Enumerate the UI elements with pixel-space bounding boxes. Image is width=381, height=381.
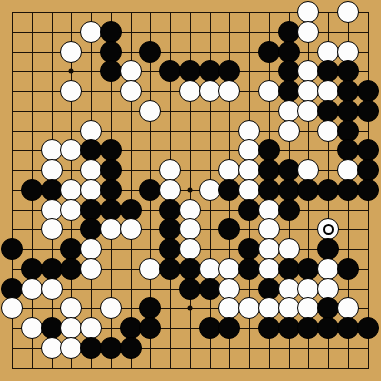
- white-stone: [258, 297, 280, 319]
- black-stone: [317, 100, 339, 122]
- white-stone: [80, 179, 102, 201]
- black-stone: [258, 41, 280, 63]
- black-stone: [238, 258, 260, 280]
- white-stone: [258, 80, 280, 102]
- star-point: [187, 187, 192, 192]
- black-stone: [258, 278, 280, 300]
- white-stone: [21, 278, 43, 300]
- black-stone: [317, 297, 339, 319]
- white-stone: [317, 278, 339, 300]
- black-stone: [60, 238, 82, 260]
- black-stone: [297, 317, 319, 339]
- black-stone: [258, 179, 280, 201]
- white-stone: [80, 238, 102, 260]
- black-stone: [139, 179, 161, 201]
- white-stone: [258, 238, 280, 260]
- black-stone: [337, 120, 359, 142]
- black-stone: [159, 199, 181, 221]
- black-stone: [159, 218, 181, 240]
- white-stone: [199, 80, 221, 102]
- white-stone: [179, 238, 201, 260]
- black-stone: [278, 159, 300, 181]
- black-stone: [41, 317, 63, 339]
- white-stone: [100, 297, 122, 319]
- black-stone: [199, 317, 221, 339]
- black-stone: [21, 179, 43, 201]
- black-stone: [179, 258, 201, 280]
- white-stone: [317, 120, 339, 142]
- white-stone: [100, 218, 122, 240]
- white-stone: [238, 297, 260, 319]
- white-stone: [179, 199, 201, 221]
- white-stone: [337, 297, 359, 319]
- black-stone: [337, 317, 359, 339]
- white-stone: [60, 317, 82, 339]
- black-stone: [120, 199, 142, 221]
- black-stone: [357, 80, 379, 102]
- white-stone: [218, 258, 240, 280]
- black-stone: [278, 258, 300, 280]
- black-stone: [218, 317, 240, 339]
- black-stone: [80, 139, 102, 161]
- black-stone: [278, 317, 300, 339]
- black-stone: [60, 258, 82, 280]
- black-stone: [278, 199, 300, 221]
- black-stone: [100, 139, 122, 161]
- black-stone: [278, 41, 300, 63]
- black-stone: [317, 238, 339, 260]
- black-stone: [297, 179, 319, 201]
- black-stone: [278, 80, 300, 102]
- white-stone: [297, 1, 319, 23]
- black-stone: [337, 258, 359, 280]
- white-stone: [199, 258, 221, 280]
- black-stone: [218, 60, 240, 82]
- black-stone: [100, 199, 122, 221]
- black-stone: [337, 60, 359, 82]
- black-stone: [357, 139, 379, 161]
- white-stone: [179, 80, 201, 102]
- go-board[interactable]: [0, 0, 381, 381]
- white-stone: [278, 100, 300, 122]
- white-stone: [297, 21, 319, 43]
- white-stone: [80, 317, 102, 339]
- white-stone: [317, 258, 339, 280]
- white-stone: [139, 258, 161, 280]
- black-stone: [159, 60, 181, 82]
- white-stone: [80, 120, 102, 142]
- white-stone: [337, 1, 359, 23]
- black-stone: [357, 317, 379, 339]
- black-stone: [199, 60, 221, 82]
- white-stone: [337, 41, 359, 63]
- white-stone: [80, 159, 102, 181]
- white-stone: [41, 139, 63, 161]
- black-stone: [357, 159, 379, 181]
- white-stone: [60, 41, 82, 63]
- black-stone: [238, 199, 260, 221]
- white-stone-last-move-marker: [317, 218, 339, 240]
- white-stone: [21, 317, 43, 339]
- black-stone: [297, 258, 319, 280]
- black-stone: [139, 317, 161, 339]
- black-stone: [100, 60, 122, 82]
- black-stone: [238, 238, 260, 260]
- white-stone: [60, 199, 82, 221]
- white-stone: [80, 21, 102, 43]
- black-stone: [179, 278, 201, 300]
- black-stone: [278, 21, 300, 43]
- black-stone: [337, 179, 359, 201]
- white-stone: [278, 120, 300, 142]
- black-stone: [258, 159, 280, 181]
- white-stone: [41, 159, 63, 181]
- black-stone: [100, 159, 122, 181]
- black-stone: [258, 139, 280, 161]
- white-stone: [278, 297, 300, 319]
- black-stone: [218, 218, 240, 240]
- black-stone: [139, 297, 161, 319]
- white-stone: [297, 297, 319, 319]
- white-stone: [80, 258, 102, 280]
- black-stone: [1, 238, 23, 260]
- black-stone: [80, 199, 102, 221]
- black-stone: [337, 139, 359, 161]
- white-stone: [238, 120, 260, 142]
- star-point: [69, 69, 74, 74]
- white-stone: [278, 278, 300, 300]
- black-stone: [317, 317, 339, 339]
- grid-line: [12, 368, 369, 369]
- black-stone: [1, 278, 23, 300]
- black-stone: [218, 179, 240, 201]
- white-stone: [258, 258, 280, 280]
- white-stone: [238, 159, 260, 181]
- black-stone: [278, 60, 300, 82]
- white-stone: [60, 297, 82, 319]
- white-stone: [218, 278, 240, 300]
- black-stone: [159, 258, 181, 280]
- black-stone: [120, 337, 142, 359]
- white-stone: [60, 80, 82, 102]
- white-stone: [218, 159, 240, 181]
- white-stone: [317, 80, 339, 102]
- white-stone: [60, 139, 82, 161]
- white-stone: [179, 218, 201, 240]
- white-stone: [297, 278, 319, 300]
- white-stone: [238, 179, 260, 201]
- white-stone: [199, 179, 221, 201]
- black-stone: [179, 60, 201, 82]
- black-stone: [41, 179, 63, 201]
- white-stone: [218, 297, 240, 319]
- black-stone: [159, 238, 181, 260]
- black-stone: [21, 258, 43, 280]
- black-stone: [337, 80, 359, 102]
- black-stone: [41, 258, 63, 280]
- white-stone: [218, 80, 240, 102]
- black-stone: [100, 41, 122, 63]
- white-stone: [41, 218, 63, 240]
- white-stone: [1, 297, 23, 319]
- black-stone: [100, 179, 122, 201]
- white-stone: [258, 218, 280, 240]
- black-stone: [278, 179, 300, 201]
- black-stone: [120, 317, 142, 339]
- white-stone: [60, 179, 82, 201]
- circle-marker-icon: [323, 224, 334, 235]
- black-stone: [139, 41, 161, 63]
- white-stone: [238, 139, 260, 161]
- white-stone: [41, 278, 63, 300]
- black-stone: [337, 100, 359, 122]
- white-stone: [120, 218, 142, 240]
- black-stone: [199, 278, 221, 300]
- white-stone: [159, 179, 181, 201]
- black-stone: [357, 100, 379, 122]
- white-stone: [120, 60, 142, 82]
- black-stone: [100, 337, 122, 359]
- white-stone: [139, 100, 161, 122]
- black-stone: [100, 21, 122, 43]
- white-stone: [278, 238, 300, 260]
- white-stone: [297, 60, 319, 82]
- white-stone: [60, 337, 82, 359]
- white-stone: [41, 199, 63, 221]
- star-point: [187, 306, 192, 311]
- black-stone: [258, 317, 280, 339]
- black-stone: [80, 337, 102, 359]
- white-stone: [297, 80, 319, 102]
- white-stone: [159, 159, 181, 181]
- white-stone: [297, 159, 319, 181]
- black-stone: [317, 60, 339, 82]
- white-stone: [297, 100, 319, 122]
- black-stone: [80, 218, 102, 240]
- black-stone: [357, 179, 379, 201]
- white-stone: [120, 80, 142, 102]
- black-stone: [317, 179, 339, 201]
- white-stone: [258, 199, 280, 221]
- white-stone: [317, 41, 339, 63]
- white-stone: [337, 159, 359, 181]
- white-stone: [41, 337, 63, 359]
